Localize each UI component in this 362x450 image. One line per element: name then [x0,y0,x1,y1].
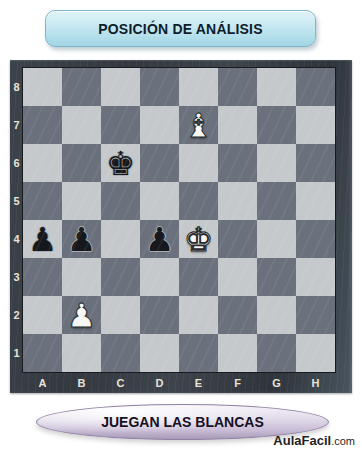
file-label-d: D [140,373,179,392]
square-g3[interactable] [257,258,296,296]
square-e8[interactable] [179,68,218,106]
square-c5[interactable] [101,182,140,220]
square-g5[interactable] [257,182,296,220]
square-b8[interactable] [62,68,101,106]
square-b7[interactable] [62,106,101,144]
file-label-f: F [218,373,257,392]
rank-label-4: 4 [10,220,23,258]
square-a4[interactable]: ♟ [23,220,62,258]
square-b2[interactable]: ♟ [62,296,101,334]
square-g2[interactable] [257,296,296,334]
square-e6[interactable] [179,144,218,182]
rank-labels: 87654321 [10,68,23,372]
chess-board-frame: 87654321 ♝♚♟♟♟♚♟ ABCDEFGH [10,60,352,393]
square-g6[interactable] [257,144,296,182]
square-d5[interactable] [140,182,179,220]
square-h4[interactable] [296,220,335,258]
square-b1[interactable] [62,334,101,372]
brand-aulafacil: AulaFacil.com [273,431,355,449]
square-c1[interactable] [101,334,140,372]
square-h1[interactable] [296,334,335,372]
square-d3[interactable] [140,258,179,296]
square-b4[interactable]: ♟ [62,220,101,258]
square-b3[interactable] [62,258,101,296]
rank-label-6: 6 [10,144,23,182]
square-a6[interactable] [23,144,62,182]
square-f2[interactable] [218,296,257,334]
square-f5[interactable] [218,182,257,220]
square-b5[interactable] [62,182,101,220]
square-d1[interactable] [140,334,179,372]
file-label-a: A [23,373,62,392]
square-f4[interactable] [218,220,257,258]
file-labels: ABCDEFGH [23,373,335,392]
square-f3[interactable] [218,258,257,296]
square-e2[interactable] [179,296,218,334]
square-a8[interactable] [23,68,62,106]
brand-name: AulaFacil [273,433,331,448]
square-e7[interactable]: ♝ [179,106,218,144]
piece-white-bishop: ♝ [184,109,214,142]
rank-label-8: 8 [10,68,23,106]
square-h2[interactable] [296,296,335,334]
piece-black-pawn: ♟ [67,223,97,256]
rank-label-1: 1 [10,334,23,372]
square-b6[interactable] [62,144,101,182]
square-h3[interactable] [296,258,335,296]
square-c6[interactable]: ♚ [101,144,140,182]
square-e4[interactable]: ♚ [179,220,218,258]
file-label-e: E [179,373,218,392]
file-label-c: C [101,373,140,392]
square-a2[interactable] [23,296,62,334]
piece-white-pawn: ♟ [67,299,97,332]
square-f1[interactable] [218,334,257,372]
rank-label-2: 2 [10,296,23,334]
square-f6[interactable] [218,144,257,182]
square-e1[interactable] [179,334,218,372]
piece-black-king: ♚ [106,147,136,180]
square-f7[interactable] [218,106,257,144]
square-e3[interactable] [179,258,218,296]
square-c3[interactable] [101,258,140,296]
square-d6[interactable] [140,144,179,182]
square-c8[interactable] [101,68,140,106]
page: POSICIÓN DE ANÁLISIS 87654321 ♝♚♟♟♟♚♟ AB… [0,0,362,450]
square-c7[interactable] [101,106,140,144]
brand-suffix-text: .com [331,435,355,447]
file-label-b: B [62,373,101,392]
square-f8[interactable] [218,68,257,106]
square-h8[interactable] [296,68,335,106]
piece-black-pawn: ♟ [28,223,58,256]
rank-label-5: 5 [10,182,23,220]
square-h5[interactable] [296,182,335,220]
square-a7[interactable] [23,106,62,144]
file-label-g: G [257,373,296,392]
chess-board: ♝♚♟♟♟♚♟ [23,68,335,372]
analysis-title-banner: POSICIÓN DE ANÁLISIS [45,10,316,47]
square-g8[interactable] [257,68,296,106]
square-c2[interactable] [101,296,140,334]
piece-black-pawn: ♟ [145,223,175,256]
square-d7[interactable] [140,106,179,144]
square-h7[interactable] [296,106,335,144]
piece-white-king: ♚ [184,223,214,256]
square-d2[interactable] [140,296,179,334]
square-g4[interactable] [257,220,296,258]
square-a5[interactable] [23,182,62,220]
turn-caption: JUEGAN LAS BLANCAS [101,414,264,430]
square-d4[interactable]: ♟ [140,220,179,258]
square-g7[interactable] [257,106,296,144]
rank-label-3: 3 [10,258,23,296]
square-c4[interactable] [101,220,140,258]
square-a3[interactable] [23,258,62,296]
analysis-title: POSICIÓN DE ANÁLISIS [98,21,263,37]
file-label-h: H [296,373,335,392]
square-h6[interactable] [296,144,335,182]
square-a1[interactable] [23,334,62,372]
square-d8[interactable] [140,68,179,106]
square-e5[interactable] [179,182,218,220]
rank-label-7: 7 [10,106,23,144]
square-g1[interactable] [257,334,296,372]
